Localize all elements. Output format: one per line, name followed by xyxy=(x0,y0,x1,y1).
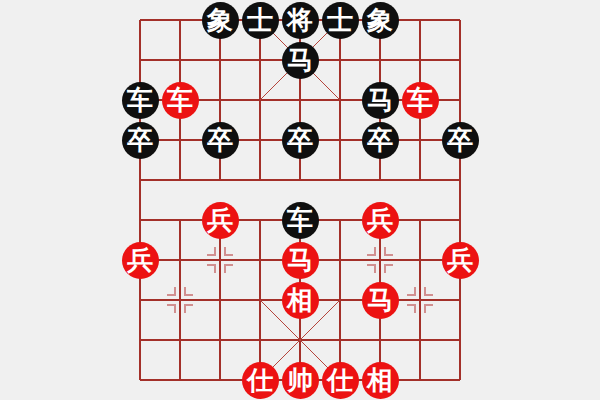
black-elephant-piece[interactable]: 象 xyxy=(202,2,239,39)
black-chariot-piece[interactable]: 车 xyxy=(282,202,319,239)
red-chariot-piece[interactable]: 车 xyxy=(162,82,199,119)
black-soldier-piece[interactable]: 卒 xyxy=(122,122,159,159)
red-elephant-piece[interactable]: 相 xyxy=(362,362,399,399)
black-advisor-piece[interactable]: 士 xyxy=(242,2,279,39)
black-horse-piece[interactable]: 马 xyxy=(282,42,319,79)
black-elephant-piece[interactable]: 象 xyxy=(362,2,399,39)
black-soldier-piece[interactable]: 卒 xyxy=(362,122,399,159)
red-soldier-piece[interactable]: 兵 xyxy=(122,242,159,279)
red-advisor-piece[interactable]: 仕 xyxy=(242,362,279,399)
red-general-piece[interactable]: 帅 xyxy=(282,362,319,399)
black-advisor-piece[interactable]: 士 xyxy=(322,2,359,39)
black-soldier-piece[interactable]: 卒 xyxy=(282,122,319,159)
red-elephant-piece[interactable]: 相 xyxy=(282,282,319,319)
black-soldier-piece[interactable]: 卒 xyxy=(202,122,239,159)
red-soldier-piece[interactable]: 兵 xyxy=(362,202,399,239)
red-horse-piece[interactable]: 马 xyxy=(282,242,319,279)
black-chariot-piece[interactable]: 车 xyxy=(122,82,159,119)
xiangqi-board[interactable]: 象士将士象马车车马车卒卒卒卒卒兵车兵兵马兵相马仕帅仕相 xyxy=(120,0,480,400)
red-soldier-piece[interactable]: 兵 xyxy=(202,202,239,239)
xiangqi-board-screenshot: 象士将士象马车车马车卒卒卒卒卒兵车兵兵马兵相马仕帅仕相 xyxy=(0,0,600,400)
red-advisor-piece[interactable]: 仕 xyxy=(322,362,359,399)
red-soldier-piece[interactable]: 兵 xyxy=(442,242,479,279)
red-horse-piece[interactable]: 马 xyxy=(362,282,399,319)
black-general-piece[interactable]: 将 xyxy=(282,2,319,39)
red-chariot-piece[interactable]: 车 xyxy=(402,82,439,119)
black-horse-piece[interactable]: 马 xyxy=(362,82,399,119)
black-soldier-piece[interactable]: 卒 xyxy=(442,122,479,159)
